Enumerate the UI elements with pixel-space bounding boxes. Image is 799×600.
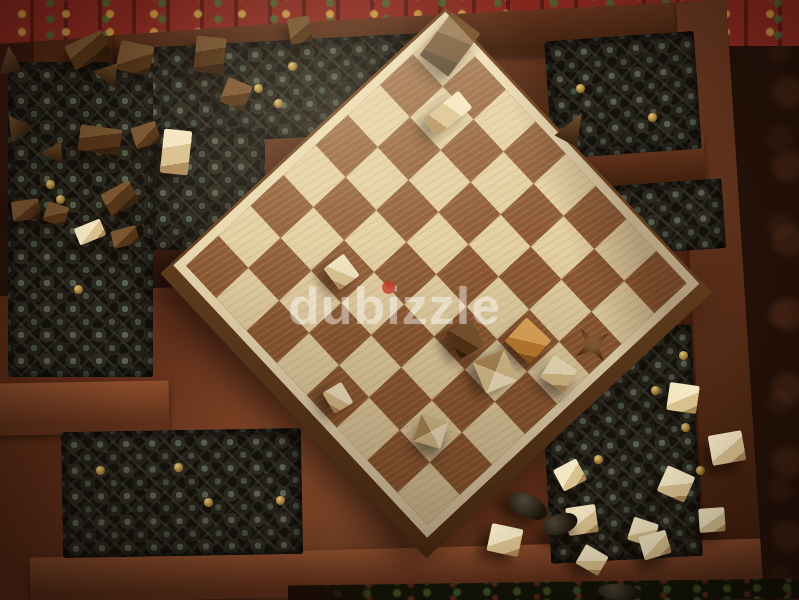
brass-knob [276,496,285,505]
photo-stage: dubizzle [0,0,799,600]
brass-knob [696,466,705,475]
brass-knob [174,463,183,472]
brass-knob [254,84,263,93]
spindle-panel [61,428,303,558]
brass-knob [46,180,55,189]
brass-knob [74,285,83,294]
table-rail [0,380,169,435]
board-piece-cube [540,355,578,392]
board-piece-pyramid [473,349,518,394]
brass-knob [679,351,688,360]
brass-knob [56,195,65,204]
brass-knob [96,466,105,475]
board-piece-cube [505,318,552,365]
brass-knob [651,386,660,395]
brass-knob [594,455,603,464]
board-piece-pyramid [413,415,448,450]
board-piece-cube [446,319,485,359]
brass-knob [274,99,283,108]
brass-knob [681,423,690,432]
board-piece-block [423,90,473,136]
spindle-panel [8,62,153,377]
board-piece-star [564,317,620,373]
board-piece-cube [322,381,353,413]
brass-knob [648,113,657,122]
board-piece-cube [324,254,360,291]
brass-knob [576,84,585,93]
brass-knob [288,62,297,71]
brass-knob [204,498,213,507]
